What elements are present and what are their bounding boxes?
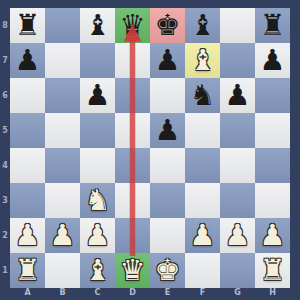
square-f6[interactable]: ♞: [185, 78, 220, 113]
square-c3[interactable]: ♞: [80, 183, 115, 218]
piece-black-pawn[interactable]: ♟: [15, 46, 41, 75]
chess-board[interactable]: ♜♝♛♚♝♜♟♟♝♟♟♞♟♟♞♟♟♟♟♟♟♜♝♛♚♜: [10, 8, 290, 288]
file-label-h: H: [255, 287, 290, 300]
square-h7[interactable]: ♟: [255, 43, 290, 78]
square-c4[interactable]: [80, 148, 115, 183]
square-b8[interactable]: [45, 8, 80, 43]
piece-white-king[interactable]: ♚: [155, 256, 181, 285]
piece-black-bishop[interactable]: ♝: [190, 11, 216, 40]
piece-white-pawn[interactable]: ♟: [15, 221, 41, 250]
piece-white-pawn[interactable]: ♟: [225, 221, 251, 250]
rank-label-1: 1: [0, 253, 10, 288]
rank-label-7: 7: [0, 43, 10, 78]
square-c6[interactable]: ♟: [80, 78, 115, 113]
piece-white-pawn[interactable]: ♟: [50, 221, 76, 250]
square-g3[interactable]: [220, 183, 255, 218]
piece-black-rook[interactable]: ♜: [15, 11, 41, 40]
square-a6[interactable]: [10, 78, 45, 113]
square-h4[interactable]: [255, 148, 290, 183]
square-f1[interactable]: [185, 253, 220, 288]
piece-black-pawn[interactable]: ♟: [225, 81, 251, 110]
square-h3[interactable]: [255, 183, 290, 218]
square-e7[interactable]: ♟: [150, 43, 185, 78]
square-e5[interactable]: ♟: [150, 113, 185, 148]
square-a8[interactable]: ♜: [10, 8, 45, 43]
file-label-e: E: [150, 287, 185, 300]
square-g5[interactable]: [220, 113, 255, 148]
piece-white-pawn[interactable]: ♟: [260, 221, 286, 250]
square-f7[interactable]: ♝: [185, 43, 220, 78]
piece-white-rook[interactable]: ♜: [260, 256, 286, 285]
square-d5[interactable]: [115, 113, 150, 148]
piece-black-queen[interactable]: ♛: [120, 11, 146, 40]
piece-white-bishop[interactable]: ♝: [190, 46, 216, 75]
square-c1[interactable]: ♝: [80, 253, 115, 288]
square-b4[interactable]: [45, 148, 80, 183]
file-label-d: D: [115, 287, 150, 300]
square-h2[interactable]: ♟: [255, 218, 290, 253]
square-d7[interactable]: [115, 43, 150, 78]
square-d3[interactable]: [115, 183, 150, 218]
piece-black-pawn[interactable]: ♟: [155, 46, 181, 75]
square-a2[interactable]: ♟: [10, 218, 45, 253]
square-b2[interactable]: ♟: [45, 218, 80, 253]
square-a3[interactable]: [10, 183, 45, 218]
piece-black-pawn[interactable]: ♟: [260, 46, 286, 75]
file-label-g: G: [220, 287, 255, 300]
rank-label-5: 5: [0, 113, 10, 148]
rank-label-6: 6: [0, 78, 10, 113]
square-h8[interactable]: ♜: [255, 8, 290, 43]
square-f3[interactable]: [185, 183, 220, 218]
rank-label-3: 3: [0, 183, 10, 218]
rank-label-2: 2: [0, 218, 10, 253]
piece-white-rook[interactable]: ♜: [15, 256, 41, 285]
piece-white-bishop[interactable]: ♝: [85, 256, 111, 285]
square-a5[interactable]: [10, 113, 45, 148]
file-label-a: A: [10, 287, 45, 300]
square-g4[interactable]: [220, 148, 255, 183]
piece-black-bishop[interactable]: ♝: [85, 11, 111, 40]
square-b5[interactable]: [45, 113, 80, 148]
rank-labels: 87654321: [0, 8, 10, 288]
square-a1[interactable]: ♜: [10, 253, 45, 288]
square-c5[interactable]: [80, 113, 115, 148]
square-e3[interactable]: [150, 183, 185, 218]
square-g1[interactable]: [220, 253, 255, 288]
piece-white-pawn[interactable]: ♟: [85, 221, 111, 250]
square-g2[interactable]: ♟: [220, 218, 255, 253]
square-e2[interactable]: [150, 218, 185, 253]
square-g7[interactable]: [220, 43, 255, 78]
piece-black-pawn[interactable]: ♟: [85, 81, 111, 110]
piece-white-pawn[interactable]: ♟: [190, 221, 216, 250]
square-e1[interactable]: ♚: [150, 253, 185, 288]
square-b1[interactable]: [45, 253, 80, 288]
square-d4[interactable]: [115, 148, 150, 183]
square-d1[interactable]: ♛: [115, 253, 150, 288]
square-b7[interactable]: [45, 43, 80, 78]
square-f8[interactable]: ♝: [185, 8, 220, 43]
rank-label-4: 4: [0, 148, 10, 183]
piece-white-queen[interactable]: ♛: [120, 256, 146, 285]
square-e4[interactable]: [150, 148, 185, 183]
chess-board-frame: 87654321 ♜♝♛♚♝♜♟♟♝♟♟♞♟♟♞♟♟♟♟♟♟♜♝♛♚♜ ABCD…: [0, 0, 300, 300]
rank-label-8: 8: [0, 8, 10, 43]
piece-black-rook[interactable]: ♜: [260, 11, 286, 40]
square-d2[interactable]: [115, 218, 150, 253]
square-c2[interactable]: ♟: [80, 218, 115, 253]
file-label-c: C: [80, 287, 115, 300]
square-b6[interactable]: [45, 78, 80, 113]
square-h1[interactable]: ♜: [255, 253, 290, 288]
square-h5[interactable]: [255, 113, 290, 148]
square-d6[interactable]: [115, 78, 150, 113]
piece-black-pawn[interactable]: ♟: [155, 116, 181, 145]
square-g8[interactable]: [220, 8, 255, 43]
file-label-f: F: [185, 287, 220, 300]
square-h6[interactable]: [255, 78, 290, 113]
square-b3[interactable]: [45, 183, 80, 218]
file-labels: ABCDEFGH: [10, 287, 290, 300]
square-d8[interactable]: ♛: [115, 8, 150, 43]
square-e6[interactable]: [150, 78, 185, 113]
square-c8[interactable]: ♝: [80, 8, 115, 43]
square-c7[interactable]: [80, 43, 115, 78]
square-e8[interactable]: ♚: [150, 8, 185, 43]
square-f4[interactable]: [185, 148, 220, 183]
square-a7[interactable]: ♟: [10, 43, 45, 78]
piece-black-knight[interactable]: ♞: [190, 81, 216, 110]
square-f5[interactable]: [185, 113, 220, 148]
square-g6[interactable]: ♟: [220, 78, 255, 113]
piece-white-knight[interactable]: ♞: [85, 186, 111, 215]
file-label-b: B: [45, 287, 80, 300]
square-a4[interactable]: [10, 148, 45, 183]
piece-black-king[interactable]: ♚: [155, 11, 181, 40]
square-f2[interactable]: ♟: [185, 218, 220, 253]
